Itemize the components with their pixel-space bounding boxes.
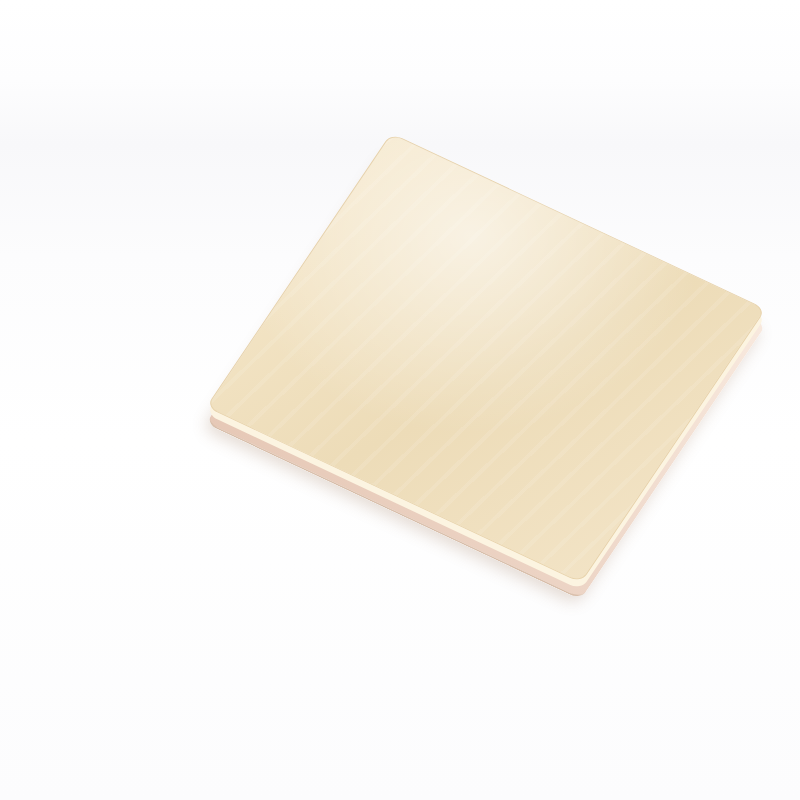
- product-photo-stage: [0, 0, 800, 800]
- board-top-face: [206, 133, 766, 583]
- puzzle-board: [286, 158, 686, 558]
